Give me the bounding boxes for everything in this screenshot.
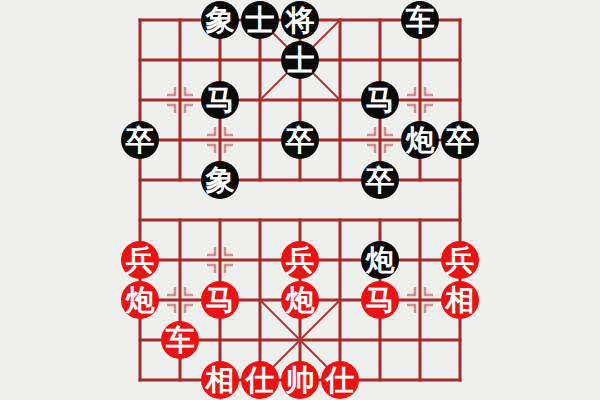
board-cell[interactable] — [360, 320, 400, 360]
board-cell[interactable]: 马 — [360, 280, 400, 320]
board-cell[interactable] — [120, 40, 160, 80]
piece-red-soldier[interactable]: 兵 — [121, 241, 159, 279]
piece-red-horse[interactable]: 马 — [201, 281, 239, 319]
board-cell[interactable] — [120, 160, 160, 200]
piece-red-advisor[interactable]: 仕 — [241, 361, 279, 399]
board-cell[interactable] — [320, 320, 360, 360]
piece-black-elephant[interactable]: 象 — [201, 1, 239, 39]
piece-red-cannon[interactable]: 炮 — [281, 281, 319, 319]
piece-black-cannon[interactable]: 炮 — [401, 121, 439, 159]
board-cell[interactable] — [320, 0, 360, 40]
board-cell[interactable] — [240, 120, 280, 160]
board-cell[interactable] — [320, 240, 360, 280]
board-cell[interactable] — [360, 0, 400, 40]
board-cell[interactable]: 将 — [280, 0, 320, 40]
board-cell[interactable] — [360, 200, 400, 240]
board-cell[interactable] — [400, 160, 440, 200]
board-cell[interactable] — [160, 360, 200, 400]
board-cell[interactable]: 卒 — [120, 120, 160, 160]
board-cell[interactable] — [240, 200, 280, 240]
board-cell[interactable]: 兵 — [440, 240, 480, 280]
board-cell[interactable]: 马 — [200, 80, 240, 120]
piece-red-elephant[interactable]: 相 — [201, 361, 239, 399]
board-cell[interactable] — [280, 200, 320, 240]
board-cell[interactable] — [200, 40, 240, 80]
board-cell[interactable]: 士 — [280, 40, 320, 80]
board-cell[interactable] — [160, 240, 200, 280]
board-cell[interactable] — [160, 80, 200, 120]
board-cell[interactable] — [440, 80, 480, 120]
board-cell[interactable]: 炮 — [400, 120, 440, 160]
piece-black-advisor[interactable]: 士 — [241, 1, 279, 39]
board-cell[interactable]: 士 — [240, 0, 280, 40]
board-cell[interactable] — [360, 40, 400, 80]
board-cell[interactable]: 卒 — [440, 120, 480, 160]
board-cell[interactable] — [280, 320, 320, 360]
board-grid: 象士将车士马马卒卒炮卒象卒兵兵炮兵炮马炮马相车相仕帅仕 — [120, 0, 480, 400]
board-cell[interactable] — [320, 280, 360, 320]
board-cell[interactable] — [280, 160, 320, 200]
board-cell[interactable]: 象 — [200, 160, 240, 200]
board-cell[interactable]: 帅 — [280, 360, 320, 400]
board-cell[interactable]: 炮 — [280, 280, 320, 320]
board-cell[interactable] — [200, 200, 240, 240]
board-cell[interactable] — [320, 120, 360, 160]
piece-black-soldier[interactable]: 卒 — [281, 121, 319, 159]
piece-black-elephant[interactable]: 象 — [201, 161, 239, 199]
piece-red-horse[interactable]: 马 — [361, 281, 399, 319]
piece-black-horse[interactable]: 马 — [361, 81, 399, 119]
piece-red-elephant[interactable]: 相 — [441, 281, 479, 319]
board-cell[interactable] — [400, 280, 440, 320]
piece-black-advisor[interactable]: 士 — [281, 41, 319, 79]
piece-black-chariot[interactable]: 车 — [401, 1, 439, 39]
board-cell[interactable] — [160, 0, 200, 40]
board-cell[interactable] — [200, 320, 240, 360]
board-cell[interactable]: 相 — [200, 360, 240, 400]
board-cell[interactable]: 卒 — [280, 120, 320, 160]
board-cell[interactable] — [440, 320, 480, 360]
board-cell[interactable] — [400, 40, 440, 80]
board-cell[interactable] — [120, 0, 160, 40]
board-cell[interactable]: 象 — [200, 0, 240, 40]
board-cell[interactable]: 仕 — [320, 360, 360, 400]
board-cell[interactable] — [400, 80, 440, 120]
piece-red-soldier[interactable]: 兵 — [281, 241, 319, 279]
piece-black-cannon[interactable]: 炮 — [361, 241, 399, 279]
piece-black-soldier[interactable]: 卒 — [121, 121, 159, 159]
board-cell[interactable] — [240, 320, 280, 360]
piece-red-soldier[interactable]: 兵 — [441, 241, 479, 279]
piece-black-soldier[interactable]: 卒 — [441, 121, 479, 159]
piece-red-advisor[interactable]: 仕 — [321, 361, 359, 399]
board-cell[interactable] — [240, 280, 280, 320]
board-cell[interactable] — [240, 160, 280, 200]
board-cell[interactable]: 兵 — [120, 240, 160, 280]
board-cell[interactable] — [440, 0, 480, 40]
board-cell[interactable] — [440, 40, 480, 80]
board-cell[interactable] — [160, 280, 200, 320]
board-cell[interactable] — [200, 120, 240, 160]
board-cell[interactable] — [360, 120, 400, 160]
board-cell[interactable] — [280, 80, 320, 120]
board-cell[interactable] — [120, 320, 160, 360]
board-cell[interactable] — [400, 320, 440, 360]
piece-black-horse[interactable]: 马 — [201, 81, 239, 119]
board-cell[interactable] — [160, 160, 200, 200]
board-cell[interactable] — [360, 360, 400, 400]
board-cell[interactable] — [440, 200, 480, 240]
board-cell[interactable]: 相 — [440, 280, 480, 320]
board-cell[interactable] — [120, 200, 160, 240]
board-cell[interactable]: 兵 — [280, 240, 320, 280]
board-cell[interactable] — [200, 240, 240, 280]
piece-red-chariot[interactable]: 车 — [161, 321, 199, 359]
board-cell[interactable] — [160, 120, 200, 160]
board-cell[interactable] — [320, 200, 360, 240]
board-cell[interactable] — [240, 40, 280, 80]
xiangqi-board: 象士将车士马马卒卒炮卒象卒兵兵炮兵炮马炮马相车相仕帅仕 — [0, 0, 600, 400]
board-cell[interactable]: 炮 — [360, 240, 400, 280]
board-cell[interactable] — [320, 40, 360, 80]
piece-red-cannon[interactable]: 炮 — [121, 281, 159, 319]
board-cell[interactable]: 车 — [160, 320, 200, 360]
board-cell[interactable] — [120, 80, 160, 120]
board-cell[interactable] — [160, 200, 200, 240]
board-cell[interactable]: 马 — [360, 80, 400, 120]
board-cell[interactable]: 仕 — [240, 360, 280, 400]
board-cell[interactable]: 炮 — [120, 280, 160, 320]
piece-red-general[interactable]: 帅 — [281, 361, 319, 399]
board-cell[interactable]: 马 — [200, 280, 240, 320]
board-cell[interactable] — [320, 80, 360, 120]
piece-black-soldier[interactable]: 卒 — [361, 161, 399, 199]
board-cell[interactable] — [400, 240, 440, 280]
board-cell[interactable] — [440, 160, 480, 200]
board-cell[interactable]: 车 — [400, 0, 440, 40]
board-cell[interactable] — [240, 240, 280, 280]
board-cell[interactable]: 卒 — [360, 160, 400, 200]
board-cell[interactable] — [320, 160, 360, 200]
board-cell[interactable] — [120, 360, 160, 400]
board-cell[interactable] — [160, 40, 200, 80]
board-cell[interactable] — [440, 360, 480, 400]
board-cell[interactable] — [400, 200, 440, 240]
piece-black-general[interactable]: 将 — [281, 1, 319, 39]
board-cell[interactable] — [400, 360, 440, 400]
board-cell[interactable] — [240, 80, 280, 120]
